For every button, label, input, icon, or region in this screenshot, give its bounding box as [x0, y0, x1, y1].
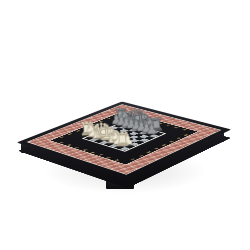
coordinate-label: h — [114, 159, 121, 162]
coordinate-label: 2 — [138, 154, 145, 157]
piece-grey-pawn[interactable]: ♟ — [140, 121, 164, 136]
coordinate-label: 1 — [59, 136, 66, 138]
square-h1[interactable]: ♜ — [120, 147, 130, 151]
square-h7[interactable]: ♟ — [149, 134, 159, 138]
coordinate-label: b — [66, 144, 73, 147]
coordinate-label: 3 — [146, 151, 153, 154]
piece-white-rook[interactable]: ♜ — [110, 129, 135, 149]
coordinate-label: d — [82, 148, 89, 151]
coordinate-label: 7 — [176, 137, 183, 140]
coordinate-label: 6 — [169, 140, 176, 143]
coordinate-band: abcdefgh abcdefgh 87654321 87654321 ♜♞♝♛… — [49, 111, 199, 165]
coordinate-label: h — [182, 128, 189, 130]
coordinate-label: 4 — [153, 147, 160, 150]
coordinate-label: f — [98, 154, 104, 156]
coordinate-label: 2 — [67, 133, 74, 135]
coordinate-label: c — [74, 146, 81, 149]
coordinate-label: g — [105, 156, 112, 159]
coordinate-label: g — [173, 126, 180, 128]
product-photo-scene: abcdefgh abcdefgh 87654321 87654321 ♜♞♝♛… — [0, 0, 250, 250]
coordinate-label: e — [90, 151, 97, 154]
coordinate-label: 8 — [183, 134, 190, 137]
coordinate-label: a — [59, 141, 66, 144]
coordinate-label: 1 — [130, 158, 137, 161]
coordinate-label: 5 — [161, 144, 168, 147]
